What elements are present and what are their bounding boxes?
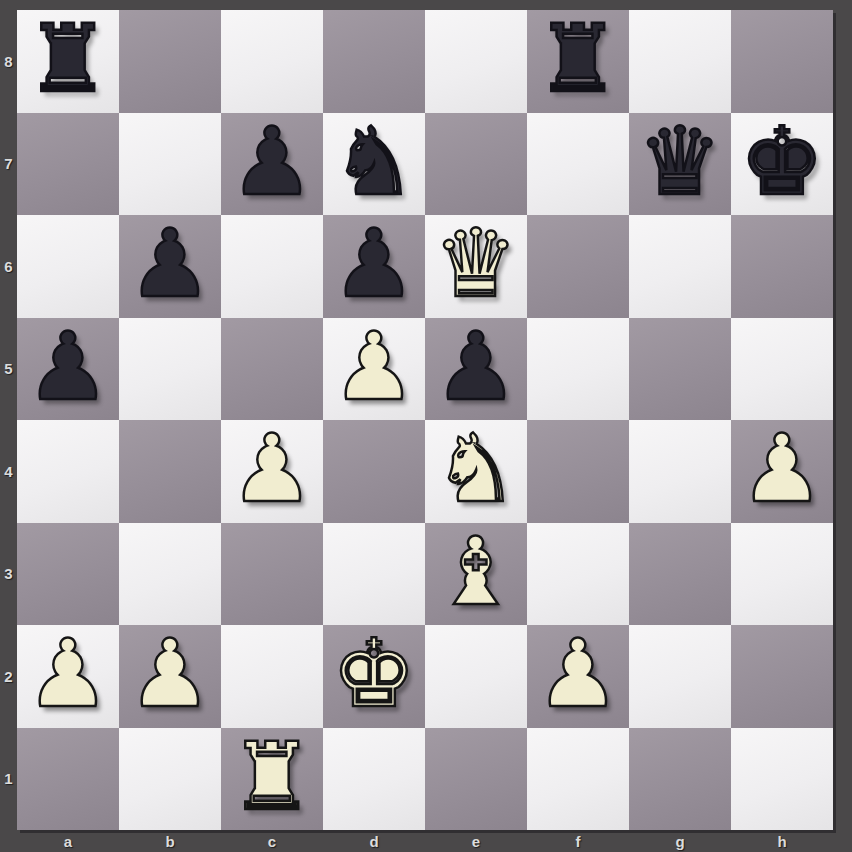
square-b2[interactable]: ♟ <box>119 625 221 728</box>
square-d4[interactable] <box>323 420 425 523</box>
square-e7[interactable] <box>425 113 527 216</box>
piece-black-knight-d7[interactable]: ♞ <box>332 115 416 209</box>
piece-black-pawn-c7[interactable]: ♟ <box>230 115 314 209</box>
square-g7[interactable]: ♛ <box>629 113 731 216</box>
square-g8[interactable] <box>629 10 731 113</box>
square-c2[interactable] <box>221 625 323 728</box>
piece-black-queen-g7[interactable]: ♛ <box>638 115 722 209</box>
square-h2[interactable] <box>731 625 833 728</box>
chess-board: ♜♜♟♞♛♚♟♟♛♟♟♟♟♞♟♝♟♟♚♟♜ <box>17 10 833 830</box>
square-b5[interactable] <box>119 318 221 421</box>
file-label-a: a <box>17 831 119 852</box>
square-a7[interactable] <box>17 113 119 216</box>
piece-white-pawn-a2[interactable]: ♟ <box>26 627 110 721</box>
square-b6[interactable]: ♟ <box>119 215 221 318</box>
rank-labels: 87654321 <box>0 10 17 830</box>
square-d8[interactable] <box>323 10 425 113</box>
square-f2[interactable]: ♟ <box>527 625 629 728</box>
rank-label-5: 5 <box>0 318 17 421</box>
square-b4[interactable] <box>119 420 221 523</box>
file-label-b: b <box>119 831 221 852</box>
square-a8[interactable]: ♜ <box>17 10 119 113</box>
piece-white-pawn-h4[interactable]: ♟ <box>740 422 824 516</box>
square-g3[interactable] <box>629 523 731 626</box>
square-e2[interactable] <box>425 625 527 728</box>
square-c1[interactable]: ♜ <box>221 728 323 831</box>
file-label-d: d <box>323 831 425 852</box>
rank-label-1: 1 <box>0 728 17 831</box>
square-d3[interactable] <box>323 523 425 626</box>
square-g2[interactable] <box>629 625 731 728</box>
square-d7[interactable]: ♞ <box>323 113 425 216</box>
square-f4[interactable] <box>527 420 629 523</box>
file-label-c: c <box>221 831 323 852</box>
square-e4[interactable]: ♞ <box>425 420 527 523</box>
square-g4[interactable] <box>629 420 731 523</box>
piece-black-pawn-d6[interactable]: ♟ <box>332 217 416 311</box>
square-f7[interactable] <box>527 113 629 216</box>
file-label-h: h <box>731 831 833 852</box>
chess-board-frame: 87654321 ♜♜♟♞♛♚♟♟♛♟♟♟♟♞♟♝♟♟♚♟♜ abcdefgh <box>0 0 852 852</box>
square-d1[interactable] <box>323 728 425 831</box>
square-c4[interactable]: ♟ <box>221 420 323 523</box>
square-f8[interactable]: ♜ <box>527 10 629 113</box>
square-h8[interactable] <box>731 10 833 113</box>
square-f5[interactable] <box>527 318 629 421</box>
square-e8[interactable] <box>425 10 527 113</box>
square-h4[interactable]: ♟ <box>731 420 833 523</box>
file-label-g: g <box>629 831 731 852</box>
square-g5[interactable] <box>629 318 731 421</box>
square-a5[interactable]: ♟ <box>17 318 119 421</box>
piece-black-rook-a8[interactable]: ♜ <box>26 12 110 106</box>
rank-label-3: 3 <box>0 523 17 626</box>
square-f6[interactable] <box>527 215 629 318</box>
piece-black-pawn-b6[interactable]: ♟ <box>128 217 212 311</box>
square-h6[interactable] <box>731 215 833 318</box>
square-h7[interactable]: ♚ <box>731 113 833 216</box>
square-c5[interactable] <box>221 318 323 421</box>
piece-black-pawn-a5[interactable]: ♟ <box>26 320 110 414</box>
piece-black-rook-f8[interactable]: ♜ <box>536 12 620 106</box>
square-b1[interactable] <box>119 728 221 831</box>
piece-white-queen-e6[interactable]: ♛ <box>434 217 518 311</box>
square-a2[interactable]: ♟ <box>17 625 119 728</box>
square-c7[interactable]: ♟ <box>221 113 323 216</box>
square-f3[interactable] <box>527 523 629 626</box>
piece-black-king-h7[interactable]: ♚ <box>740 115 824 209</box>
square-c8[interactable] <box>221 10 323 113</box>
square-a6[interactable] <box>17 215 119 318</box>
rank-label-7: 7 <box>0 113 17 216</box>
square-e1[interactable] <box>425 728 527 831</box>
square-c6[interactable] <box>221 215 323 318</box>
file-label-f: f <box>527 831 629 852</box>
square-d6[interactable]: ♟ <box>323 215 425 318</box>
square-e5[interactable]: ♟ <box>425 318 527 421</box>
square-f1[interactable] <box>527 728 629 831</box>
square-h1[interactable] <box>731 728 833 831</box>
piece-white-pawn-c4[interactable]: ♟ <box>230 422 314 516</box>
rank-label-8: 8 <box>0 10 17 113</box>
square-h5[interactable] <box>731 318 833 421</box>
square-d5[interactable]: ♟ <box>323 318 425 421</box>
piece-black-pawn-e5[interactable]: ♟ <box>434 320 518 414</box>
square-a3[interactable] <box>17 523 119 626</box>
square-b7[interactable] <box>119 113 221 216</box>
square-c3[interactable] <box>221 523 323 626</box>
piece-white-knight-e4[interactable]: ♞ <box>434 422 518 516</box>
square-d2[interactable]: ♚ <box>323 625 425 728</box>
rank-label-4: 4 <box>0 420 17 523</box>
square-a4[interactable] <box>17 420 119 523</box>
file-label-e: e <box>425 831 527 852</box>
square-g6[interactable] <box>629 215 731 318</box>
file-labels: abcdefgh <box>17 831 833 852</box>
piece-white-king-d2[interactable]: ♚ <box>332 627 416 721</box>
rank-label-6: 6 <box>0 215 17 318</box>
piece-white-rook-c1[interactable]: ♜ <box>230 730 314 824</box>
rank-label-2: 2 <box>0 625 17 728</box>
square-b8[interactable] <box>119 10 221 113</box>
piece-white-pawn-b2[interactable]: ♟ <box>128 627 212 721</box>
piece-white-pawn-d5[interactable]: ♟ <box>332 320 416 414</box>
square-h3[interactable] <box>731 523 833 626</box>
square-e6[interactable]: ♛ <box>425 215 527 318</box>
square-g1[interactable] <box>629 728 731 831</box>
square-e3[interactable]: ♝ <box>425 523 527 626</box>
square-a1[interactable] <box>17 728 119 831</box>
square-b3[interactable] <box>119 523 221 626</box>
piece-white-pawn-f2[interactable]: ♟ <box>536 627 620 721</box>
piece-white-bishop-e3[interactable]: ♝ <box>434 525 518 619</box>
